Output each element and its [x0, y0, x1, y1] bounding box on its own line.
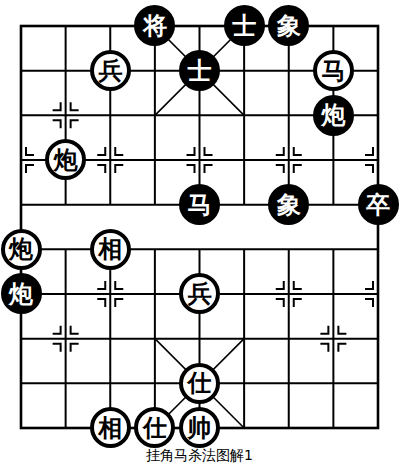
board-point [266, 406, 311, 451]
xiangqi-piece-red[interactable]: 兵 [179, 273, 220, 314]
xiangqi-piece-black[interactable]: 马 [179, 184, 220, 225]
board-point [88, 272, 133, 317]
board-point [311, 272, 356, 317]
board-point [222, 93, 267, 138]
board-point [88, 316, 133, 361]
board-point [356, 93, 399, 138]
board-point [266, 48, 311, 93]
board-point [356, 48, 399, 93]
board-point [266, 361, 311, 406]
xiangqi-piece-red[interactable]: 炮 [45, 139, 86, 180]
board-point [43, 48, 88, 93]
board-point: 炮 [0, 272, 43, 317]
board-point [133, 93, 178, 138]
board-point: 帅 [177, 406, 222, 451]
board-point: 马 [311, 48, 356, 93]
board-point: 仕 [177, 361, 222, 406]
board-point: 卒 [356, 182, 399, 227]
board-point: 炮 [0, 227, 43, 272]
board-point: 兵 [88, 48, 133, 93]
board-point: 象 [266, 4, 311, 49]
board-point [311, 138, 356, 183]
xiangqi-piece-red[interactable]: 仕 [134, 407, 175, 448]
board-point [356, 272, 399, 317]
board-point [266, 316, 311, 361]
board-point [43, 272, 88, 317]
board-point [88, 182, 133, 227]
xiangqi-piece-red[interactable]: 马 [313, 50, 354, 91]
board-point [0, 182, 43, 227]
board-point [0, 361, 43, 406]
board-point: 士 [222, 4, 267, 49]
board-point [88, 93, 133, 138]
xiangqi-piece-black[interactable]: 将 [134, 5, 175, 46]
board-point [356, 316, 399, 361]
board-point [266, 227, 311, 272]
board-point [133, 227, 178, 272]
xiangqi-piece-red[interactable]: 仕 [179, 363, 220, 404]
board-point [43, 316, 88, 361]
xiangqi-piece-black[interactable]: 士 [179, 50, 220, 91]
board-point [222, 272, 267, 317]
board-point: 仕 [133, 406, 178, 451]
board-point [88, 361, 133, 406]
xiangqi-piece-black[interactable]: 炮 [313, 95, 354, 136]
board-point: 马 [177, 182, 222, 227]
board-point [266, 272, 311, 317]
board-point [43, 361, 88, 406]
board-point [222, 316, 267, 361]
board-point [43, 406, 88, 451]
board-point [311, 4, 356, 49]
board-point [311, 316, 356, 361]
xiangqi-piece-black[interactable]: 炮 [1, 273, 42, 314]
board-point [43, 93, 88, 138]
board-point [0, 93, 43, 138]
board-point [311, 361, 356, 406]
board-point [0, 316, 43, 361]
board-point [222, 138, 267, 183]
board-point [222, 48, 267, 93]
board-point [133, 138, 178, 183]
board-point [43, 4, 88, 49]
board-point [88, 4, 133, 49]
xiangqi-piece-black[interactable]: 象 [268, 5, 309, 46]
xiangqi-piece-red[interactable]: 相 [90, 229, 131, 270]
board-grid: 将士象兵士马炮炮马象卒炮相炮兵仕相仕帅 [0, 4, 399, 451]
xiangqi-piece-red[interactable]: 炮 [1, 229, 42, 270]
board-point [266, 138, 311, 183]
board-point: 炮 [43, 138, 88, 183]
diagram-caption: 挂角马杀法图解1 [0, 447, 399, 465]
board-point: 士 [177, 48, 222, 93]
xiangqi-piece-red[interactable]: 相 [90, 407, 131, 448]
board-point [0, 406, 43, 451]
board-point [43, 227, 88, 272]
board-point [133, 48, 178, 93]
board-point [177, 138, 222, 183]
board-point [222, 406, 267, 451]
xiangqi-piece-red[interactable]: 兵 [90, 50, 131, 91]
board-point [311, 227, 356, 272]
board-point [43, 182, 88, 227]
xiangqi-piece-black[interactable]: 卒 [358, 184, 399, 225]
board-point [356, 138, 399, 183]
board-point: 将 [133, 4, 178, 49]
board-point: 相 [88, 406, 133, 451]
board-point [356, 227, 399, 272]
xiangqi-piece-red[interactable]: 帅 [179, 407, 220, 448]
xiangqi-piece-black[interactable]: 象 [268, 184, 309, 225]
board-point [133, 316, 178, 361]
board-point [356, 4, 399, 49]
board-point [266, 93, 311, 138]
board-point [177, 93, 222, 138]
board-point: 相 [88, 227, 133, 272]
board-point [222, 227, 267, 272]
board-point: 炮 [311, 93, 356, 138]
board-point [0, 4, 43, 49]
board-point [356, 406, 399, 451]
board-point [222, 182, 267, 227]
xiangqi-piece-black[interactable]: 士 [224, 5, 265, 46]
board-point [133, 361, 178, 406]
board-point: 象 [266, 182, 311, 227]
board-point [88, 138, 133, 183]
board-point [222, 361, 267, 406]
board-point [0, 138, 43, 183]
board-point [311, 406, 356, 451]
board-point [177, 316, 222, 361]
xiangqi-diagram: 将士象兵士马炮炮马象卒炮相炮兵仕相仕帅 挂角马杀法图解1 [0, 0, 399, 467]
board-point [0, 48, 43, 93]
board-point [311, 182, 356, 227]
board-point [356, 361, 399, 406]
board-point [177, 4, 222, 49]
board-point [133, 272, 178, 317]
board-point: 兵 [177, 272, 222, 317]
board-point [133, 182, 178, 227]
board-point [177, 227, 222, 272]
